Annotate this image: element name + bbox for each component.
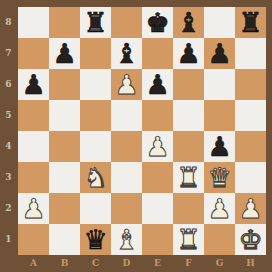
white-rook[interactable]: ♜ <box>176 224 200 255</box>
square-e4[interactable]: ♟ <box>142 131 173 162</box>
square-e2[interactable] <box>142 193 173 224</box>
square-a8[interactable] <box>18 7 49 38</box>
square-e3[interactable] <box>142 162 173 193</box>
rank-label-7: 7 <box>0 38 17 69</box>
square-c2[interactable] <box>80 193 111 224</box>
square-e5[interactable] <box>142 100 173 131</box>
square-d8[interactable] <box>111 7 142 38</box>
file-label-g: G <box>204 256 235 272</box>
square-d3[interactable] <box>111 162 142 193</box>
white-pawn[interactable]: ♟ <box>114 69 138 100</box>
black-pawn[interactable]: ♟ <box>21 69 45 100</box>
black-rook[interactable]: ♜ <box>83 7 107 38</box>
square-e7[interactable] <box>142 38 173 69</box>
black-pawn[interactable]: ♟ <box>207 131 231 162</box>
square-b2[interactable] <box>49 193 80 224</box>
square-h4[interactable] <box>235 131 266 162</box>
square-e6[interactable]: ♟ <box>142 69 173 100</box>
square-c6[interactable] <box>80 69 111 100</box>
file-label-c: C <box>80 256 111 272</box>
chess-board-frame: ♜♚♝♜♟♝♟♟♟♟♟♟♟♞♜♛♟♟♟♛♝♜♚ 87654321 ABCDEFG… <box>0 0 272 272</box>
square-b5[interactable] <box>49 100 80 131</box>
square-a3[interactable] <box>18 162 49 193</box>
white-pawn[interactable]: ♟ <box>145 131 169 162</box>
square-h5[interactable] <box>235 100 266 131</box>
white-knight[interactable]: ♞ <box>83 162 107 193</box>
square-f1[interactable]: ♜ <box>173 224 204 255</box>
white-pawn[interactable]: ♟ <box>21 193 45 224</box>
square-b1[interactable] <box>49 224 80 255</box>
square-c4[interactable] <box>80 131 111 162</box>
black-bishop[interactable]: ♝ <box>114 38 138 69</box>
file-label-f: F <box>173 256 204 272</box>
square-a1[interactable] <box>18 224 49 255</box>
black-pawn[interactable]: ♟ <box>176 38 200 69</box>
square-a4[interactable] <box>18 131 49 162</box>
white-bishop[interactable]: ♝ <box>114 224 138 255</box>
rank-label-8: 8 <box>0 7 17 38</box>
square-c1[interactable]: ♛ <box>80 224 111 255</box>
white-rook[interactable]: ♜ <box>176 162 200 193</box>
rank-label-1: 1 <box>0 224 17 255</box>
square-d6[interactable]: ♟ <box>111 69 142 100</box>
black-pawn[interactable]: ♟ <box>52 38 76 69</box>
square-a5[interactable] <box>18 100 49 131</box>
square-h3[interactable] <box>235 162 266 193</box>
black-king[interactable]: ♚ <box>145 7 169 38</box>
rank-label-5: 5 <box>0 100 17 131</box>
square-f7[interactable]: ♟ <box>173 38 204 69</box>
file-label-d: D <box>111 256 142 272</box>
square-g8[interactable] <box>204 7 235 38</box>
square-e8[interactable]: ♚ <box>142 7 173 38</box>
rank-label-4: 4 <box>0 131 17 162</box>
chess-board: ♜♚♝♜♟♝♟♟♟♟♟♟♟♞♜♛♟♟♟♛♝♜♚ <box>18 7 266 255</box>
square-g4[interactable]: ♟ <box>204 131 235 162</box>
square-b3[interactable] <box>49 162 80 193</box>
square-g5[interactable] <box>204 100 235 131</box>
file-label-b: B <box>49 256 80 272</box>
square-a6[interactable]: ♟ <box>18 69 49 100</box>
square-c3[interactable]: ♞ <box>80 162 111 193</box>
square-g7[interactable]: ♟ <box>204 38 235 69</box>
square-g2[interactable]: ♟ <box>204 193 235 224</box>
square-f8[interactable]: ♝ <box>173 7 204 38</box>
square-f5[interactable] <box>173 100 204 131</box>
square-f4[interactable] <box>173 131 204 162</box>
square-d7[interactable]: ♝ <box>111 38 142 69</box>
square-c7[interactable] <box>80 38 111 69</box>
square-d1[interactable]: ♝ <box>111 224 142 255</box>
white-queen[interactable]: ♛ <box>207 162 231 193</box>
file-label-h: H <box>235 256 266 272</box>
square-d4[interactable] <box>111 131 142 162</box>
black-bishop[interactable]: ♝ <box>176 7 200 38</box>
square-h8[interactable]: ♜ <box>235 7 266 38</box>
square-a7[interactable] <box>18 38 49 69</box>
square-h1[interactable]: ♚ <box>235 224 266 255</box>
square-h7[interactable] <box>235 38 266 69</box>
rank-label-6: 6 <box>0 69 17 100</box>
file-label-a: A <box>18 256 49 272</box>
square-h2[interactable]: ♟ <box>235 193 266 224</box>
black-pawn[interactable]: ♟ <box>145 69 169 100</box>
square-g3[interactable]: ♛ <box>204 162 235 193</box>
white-king[interactable]: ♚ <box>238 224 262 255</box>
square-b7[interactable]: ♟ <box>49 38 80 69</box>
square-b4[interactable] <box>49 131 80 162</box>
file-label-e: E <box>142 256 173 272</box>
square-f6[interactable] <box>173 69 204 100</box>
square-c8[interactable]: ♜ <box>80 7 111 38</box>
square-b8[interactable] <box>49 7 80 38</box>
black-pawn[interactable]: ♟ <box>207 38 231 69</box>
white-pawn[interactable]: ♟ <box>207 193 231 224</box>
square-c5[interactable] <box>80 100 111 131</box>
rank-label-2: 2 <box>0 193 17 224</box>
square-f2[interactable] <box>173 193 204 224</box>
square-d5[interactable] <box>111 100 142 131</box>
square-a2[interactable]: ♟ <box>18 193 49 224</box>
rank-label-3: 3 <box>0 162 17 193</box>
square-g1[interactable] <box>204 224 235 255</box>
square-d2[interactable] <box>111 193 142 224</box>
black-queen[interactable]: ♛ <box>83 224 107 255</box>
square-f3[interactable]: ♜ <box>173 162 204 193</box>
black-rook[interactable]: ♜ <box>238 7 262 38</box>
square-h6[interactable] <box>235 69 266 100</box>
square-e1[interactable] <box>142 224 173 255</box>
white-pawn[interactable]: ♟ <box>238 193 262 224</box>
square-g6[interactable] <box>204 69 235 100</box>
square-b6[interactable] <box>49 69 80 100</box>
